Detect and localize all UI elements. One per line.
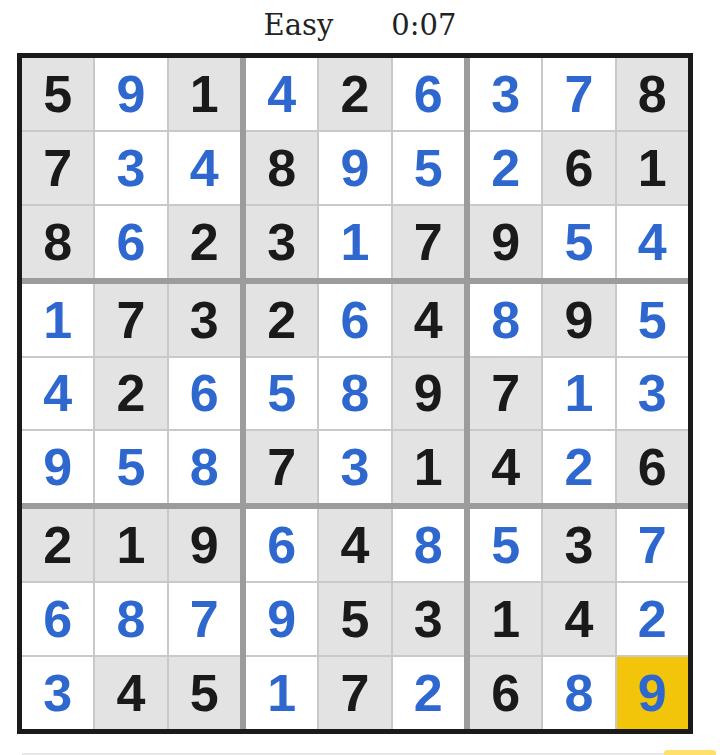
box-9: 537142689	[470, 509, 688, 729]
cell-r8c1[interactable]: 6	[22, 583, 93, 655]
cell-r7c4[interactable]: 6	[246, 509, 317, 581]
cell-r5c7[interactable]: 7	[470, 358, 541, 430]
cell-r9c2[interactable]: 4	[95, 657, 166, 729]
cell-r8c7[interactable]: 1	[470, 583, 541, 655]
timer-display: 0:07	[391, 8, 456, 42]
cell-r4c1[interactable]: 1	[22, 284, 93, 356]
cell-r4c6[interactable]: 4	[393, 284, 464, 356]
cell-r7c3[interactable]: 9	[169, 509, 240, 581]
difficulty-label: Easy	[264, 8, 334, 42]
cell-r4c3[interactable]: 3	[169, 284, 240, 356]
cell-r3c1[interactable]: 8	[22, 206, 93, 278]
box-2: 426895317	[246, 58, 464, 278]
cell-r6c6[interactable]: 1	[393, 431, 464, 503]
cell-r3c5[interactable]: 1	[319, 206, 390, 278]
cell-r6c2[interactable]: 5	[95, 431, 166, 503]
cell-r7c6[interactable]: 8	[393, 509, 464, 581]
box-3: 378261954	[470, 58, 688, 278]
cell-r2c1[interactable]: 7	[22, 132, 93, 204]
cell-r5c2[interactable]: 2	[95, 358, 166, 430]
cell-r2c3[interactable]: 4	[169, 132, 240, 204]
cell-r9c7[interactable]: 6	[470, 657, 541, 729]
cell-r1c5[interactable]: 2	[319, 58, 390, 130]
cell-r9c6[interactable]: 2	[393, 657, 464, 729]
cell-r1c3[interactable]: 1	[169, 58, 240, 130]
box-5: 264589731	[246, 284, 464, 504]
box-4: 173426958	[22, 284, 240, 504]
cell-r1c8[interactable]: 7	[543, 58, 614, 130]
cell-r8c2[interactable]: 8	[95, 583, 166, 655]
cell-r7c9[interactable]: 7	[617, 509, 688, 581]
cell-r1c1[interactable]: 5	[22, 58, 93, 130]
cell-r9c8[interactable]: 8	[543, 657, 614, 729]
cell-r2c6[interactable]: 5	[393, 132, 464, 204]
cell-r9c9[interactable]: 9	[617, 657, 688, 729]
cell-r2c7[interactable]: 2	[470, 132, 541, 204]
cell-r3c8[interactable]: 5	[543, 206, 614, 278]
cell-r3c3[interactable]: 2	[169, 206, 240, 278]
cell-r9c4[interactable]: 1	[246, 657, 317, 729]
cell-r6c5[interactable]: 3	[319, 431, 390, 503]
cell-r8c9[interactable]: 2	[617, 583, 688, 655]
cell-r9c1[interactable]: 3	[22, 657, 93, 729]
box-6: 895713426	[470, 284, 688, 504]
cell-r3c9[interactable]: 4	[617, 206, 688, 278]
cell-r8c6[interactable]: 3	[393, 583, 464, 655]
box-8: 648953172	[246, 509, 464, 729]
cell-r3c6[interactable]: 7	[393, 206, 464, 278]
sudoku-board: 591734862 426895317 378261954 173426958 …	[17, 53, 693, 734]
cell-r2c9[interactable]: 1	[617, 132, 688, 204]
cell-r1c2[interactable]: 9	[95, 58, 166, 130]
cell-r1c9[interactable]: 8	[617, 58, 688, 130]
cell-r4c4[interactable]: 2	[246, 284, 317, 356]
cell-r5c8[interactable]: 1	[543, 358, 614, 430]
cell-r6c9[interactable]: 6	[617, 431, 688, 503]
cell-r7c8[interactable]: 3	[543, 509, 614, 581]
cell-r3c2[interactable]: 6	[95, 206, 166, 278]
keypad-peek-highlight-9	[664, 750, 716, 755]
cell-r2c5[interactable]: 9	[319, 132, 390, 204]
cell-r7c5[interactable]: 4	[319, 509, 390, 581]
cell-r9c3[interactable]: 5	[169, 657, 240, 729]
box-7: 219687345	[22, 509, 240, 729]
cell-r4c2[interactable]: 7	[95, 284, 166, 356]
cell-r3c7[interactable]: 9	[470, 206, 541, 278]
cell-r5c6[interactable]: 9	[393, 358, 464, 430]
cell-r7c2[interactable]: 1	[95, 509, 166, 581]
cell-r2c4[interactable]: 8	[246, 132, 317, 204]
cell-r7c1[interactable]: 2	[22, 509, 93, 581]
cell-r2c2[interactable]: 3	[95, 132, 166, 204]
cell-r4c8[interactable]: 9	[543, 284, 614, 356]
cell-r5c1[interactable]: 4	[22, 358, 93, 430]
cell-r4c9[interactable]: 5	[617, 284, 688, 356]
cell-r9c5[interactable]: 7	[319, 657, 390, 729]
cell-r8c3[interactable]: 7	[169, 583, 240, 655]
cell-r3c4[interactable]: 3	[246, 206, 317, 278]
cell-r5c9[interactable]: 3	[617, 358, 688, 430]
cell-r5c3[interactable]: 6	[169, 358, 240, 430]
cell-r4c7[interactable]: 8	[470, 284, 541, 356]
cell-r2c8[interactable]: 6	[543, 132, 614, 204]
cell-r8c5[interactable]: 5	[319, 583, 390, 655]
cell-r4c5[interactable]: 6	[319, 284, 390, 356]
cell-r6c1[interactable]: 9	[22, 431, 93, 503]
cell-r5c5[interactable]: 8	[319, 358, 390, 430]
cell-r8c4[interactable]: 9	[246, 583, 317, 655]
game-header: Easy 0:07	[0, 4, 720, 46]
cell-r7c7[interactable]: 5	[470, 509, 541, 581]
cell-r1c6[interactable]: 6	[393, 58, 464, 130]
box-1: 591734862	[22, 58, 240, 278]
cell-r6c8[interactable]: 2	[543, 431, 614, 503]
cell-r6c3[interactable]: 8	[169, 431, 240, 503]
cell-r5c4[interactable]: 5	[246, 358, 317, 430]
cell-r8c8[interactable]: 4	[543, 583, 614, 655]
cell-r6c4[interactable]: 7	[246, 431, 317, 503]
cell-r1c4[interactable]: 4	[246, 58, 317, 130]
cell-r6c7[interactable]: 4	[470, 431, 541, 503]
cell-r1c7[interactable]: 3	[470, 58, 541, 130]
